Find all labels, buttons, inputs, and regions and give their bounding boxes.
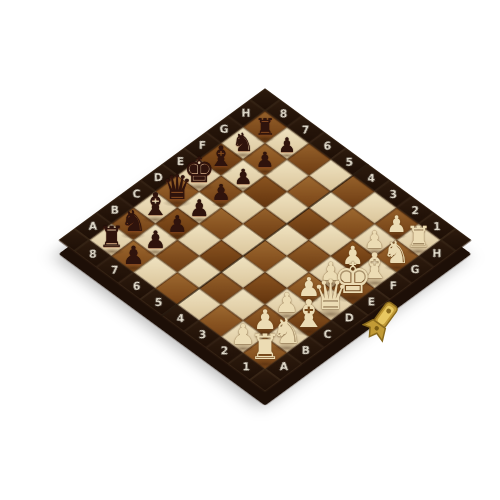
coordinate-label: F xyxy=(199,140,207,151)
coordinate-label: 6 xyxy=(324,140,332,151)
coordinate-label: A xyxy=(89,221,98,232)
coordinate-label: 5 xyxy=(155,297,163,308)
coordinate-label: E xyxy=(177,156,185,167)
coordinate-label: D xyxy=(345,313,354,324)
coordinate-label: 7 xyxy=(302,124,310,135)
coordinate-label: F xyxy=(390,280,398,291)
coordinate-label: H xyxy=(433,248,442,259)
coordinate-label: 8 xyxy=(89,248,97,259)
coordinate-label: 1 xyxy=(433,221,441,232)
coordinate-label: B xyxy=(111,205,119,216)
coordinate-label: H xyxy=(242,108,251,119)
chess-board: 87654321HHGGFFEEDDCCBBAA87654321 xyxy=(59,88,472,392)
coordinate-label: D xyxy=(154,172,163,183)
coordinate-label: 3 xyxy=(199,329,207,340)
coordinate-label: 7 xyxy=(111,264,119,275)
coordinate-label: B xyxy=(301,345,309,356)
chess-set-product-photo: 87654321HHGGFFEEDDCCBBAA87654321 ♜♞♟♝♟♚♟… xyxy=(0,0,500,500)
coordinate-label: 2 xyxy=(411,205,419,216)
coordinate-label: 3 xyxy=(390,189,398,200)
brass-clasp-icon xyxy=(362,298,406,348)
coordinate-label: G xyxy=(220,124,229,135)
coordinate-label: C xyxy=(324,329,332,340)
coordinate-label: 8 xyxy=(280,108,288,119)
coordinate-label: A xyxy=(279,361,288,372)
coordinate-label: 2 xyxy=(221,345,229,356)
coordinate-label: 1 xyxy=(242,361,250,372)
coordinate-label: 5 xyxy=(346,156,354,167)
coordinate-label: C xyxy=(133,189,141,200)
coordinate-label: 4 xyxy=(177,313,185,324)
coordinate-label: 6 xyxy=(133,280,141,291)
coordinate-label: G xyxy=(411,264,420,275)
coordinate-label: 4 xyxy=(368,172,376,183)
